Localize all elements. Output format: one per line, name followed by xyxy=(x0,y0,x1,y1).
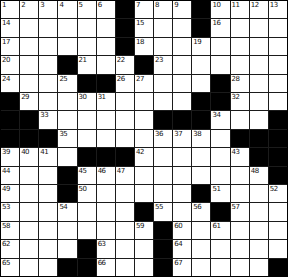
cell-r9c4[interactable] xyxy=(58,148,76,165)
cell-r6c14[interactable] xyxy=(250,93,268,110)
cell-r12c1[interactable]: 53 xyxy=(1,203,19,220)
cell-r10c14[interactable]: 48 xyxy=(250,167,268,184)
cell-r2c10[interactable] xyxy=(173,19,191,36)
clue-number: 58 xyxy=(2,222,10,230)
cell-r13c3[interactable] xyxy=(39,222,57,239)
cell-r7c3[interactable]: 33 xyxy=(39,111,57,128)
cell-r11c6[interactable] xyxy=(97,185,115,202)
clue-number: 31 xyxy=(98,93,106,101)
black-cell-r3c7 xyxy=(116,38,134,55)
cell-r11c13[interactable] xyxy=(231,185,249,202)
cell-r6c7[interactable] xyxy=(116,93,134,110)
cell-r10c9[interactable] xyxy=(154,167,172,184)
cell-r11c3[interactable] xyxy=(39,185,57,202)
black-cell-r7c10 xyxy=(173,111,191,128)
cell-r14c3[interactable] xyxy=(39,240,57,257)
clue-number: 18 xyxy=(136,38,144,46)
cell-r8c8[interactable] xyxy=(135,130,153,147)
black-cell-r7c9 xyxy=(154,111,172,128)
cell-r11c14[interactable] xyxy=(250,185,268,202)
clue-number: 19 xyxy=(193,38,201,46)
cell-r14c12[interactable] xyxy=(211,240,229,257)
cell-r1c15[interactable]: 13 xyxy=(269,1,287,18)
black-cell-r2c11 xyxy=(192,19,210,36)
black-cell-r10c4 xyxy=(58,167,76,184)
clue-number: 66 xyxy=(98,259,106,267)
cell-r6c6[interactable]: 31 xyxy=(97,93,115,110)
cell-r8c9[interactable]: 36 xyxy=(154,130,172,147)
cell-r7c8[interactable] xyxy=(135,111,153,128)
clue-number: 14 xyxy=(2,19,10,27)
clue-number: 22 xyxy=(117,56,125,64)
cell-r14c14[interactable] xyxy=(250,240,268,257)
clue-number: 46 xyxy=(98,167,106,175)
cell-r13c14[interactable] xyxy=(250,222,268,239)
cell-r12c5[interactable] xyxy=(78,203,96,220)
cell-r3c8[interactable]: 18 xyxy=(135,38,153,55)
cell-r10c7[interactable]: 47 xyxy=(116,167,134,184)
cell-r6c8[interactable] xyxy=(135,93,153,110)
black-cell-r6c1 xyxy=(1,93,19,110)
cell-r15c7[interactable] xyxy=(116,259,134,276)
black-cell-r5c12 xyxy=(211,75,229,92)
cell-r12c2[interactable] xyxy=(20,203,38,220)
cell-r10c8[interactable] xyxy=(135,167,153,184)
black-cell-r8c1 xyxy=(1,130,19,147)
black-cell-r11c4 xyxy=(58,185,76,202)
cell-r12c15[interactable] xyxy=(269,203,287,220)
cell-r12c7[interactable] xyxy=(116,203,134,220)
cell-r4c12[interactable] xyxy=(211,56,229,73)
cell-r2c2[interactable] xyxy=(20,19,38,36)
cell-r12c3[interactable] xyxy=(39,203,57,220)
cell-r4c6[interactable] xyxy=(97,56,115,73)
cell-r7c4[interactable] xyxy=(58,111,76,128)
black-cell-r2c7 xyxy=(116,19,134,36)
cell-r10c6[interactable]: 46 xyxy=(97,167,115,184)
cell-r15c14[interactable] xyxy=(250,259,268,276)
clue-number: 61 xyxy=(212,222,220,230)
cell-r4c13[interactable] xyxy=(231,56,249,73)
cell-r12c9[interactable]: 55 xyxy=(154,203,172,220)
clue-number: 8 xyxy=(155,1,159,9)
cell-r5c11[interactable] xyxy=(192,75,210,92)
cell-r5c9[interactable] xyxy=(154,75,172,92)
cell-r5c10[interactable] xyxy=(173,75,191,92)
cell-r6c10[interactable] xyxy=(173,93,191,110)
cell-r7c13[interactable] xyxy=(231,111,249,128)
cell-r11c15[interactable]: 52 xyxy=(269,185,287,202)
cell-r13c11[interactable] xyxy=(192,222,210,239)
clue-number: 47 xyxy=(117,167,125,175)
cell-r1c3[interactable]: 3 xyxy=(39,1,57,18)
cell-r14c15[interactable] xyxy=(269,240,287,257)
cell-r9c12[interactable] xyxy=(211,148,229,165)
clue-number: 1 xyxy=(2,1,6,9)
black-cell-r15c4 xyxy=(58,259,76,276)
clue-number: 26 xyxy=(117,75,125,83)
cell-r4c1[interactable]: 20 xyxy=(1,56,19,73)
cell-r8c6[interactable] xyxy=(97,130,115,147)
clue-number: 40 xyxy=(21,148,29,156)
cell-r11c2[interactable] xyxy=(20,185,38,202)
cell-r14c7[interactable] xyxy=(116,240,134,257)
cell-r11c1[interactable]: 49 xyxy=(1,185,19,202)
cell-r6c13[interactable]: 32 xyxy=(231,93,249,110)
cell-r14c10[interactable]: 64 xyxy=(173,240,191,257)
cell-r12c14[interactable] xyxy=(250,203,268,220)
cell-r15c8[interactable] xyxy=(135,259,153,276)
clue-number: 27 xyxy=(136,75,144,83)
cell-r8c12[interactable] xyxy=(211,130,229,147)
cell-r9c8[interactable]: 42 xyxy=(135,148,153,165)
cell-r1c8[interactable]: 7 xyxy=(135,1,153,18)
cell-r7c6[interactable] xyxy=(97,111,115,128)
cell-r3c3[interactable] xyxy=(39,38,57,55)
black-cell-r4c8 xyxy=(135,56,153,73)
cell-r5c15[interactable] xyxy=(269,75,287,92)
cell-r12c11[interactable]: 56 xyxy=(192,203,210,220)
clue-number: 53 xyxy=(2,203,10,211)
cell-r11c10[interactable] xyxy=(173,185,191,202)
cell-r8c10[interactable]: 37 xyxy=(173,130,191,147)
cell-r15c10[interactable]: 67 xyxy=(173,259,191,276)
clue-number: 56 xyxy=(193,203,201,211)
cell-r2c14[interactable] xyxy=(250,19,268,36)
cell-r3c2[interactable] xyxy=(20,38,38,55)
cell-r15c6[interactable]: 66 xyxy=(97,259,115,276)
cell-r3c6[interactable] xyxy=(97,38,115,55)
black-cell-r10c15 xyxy=(269,167,287,184)
clue-number: 25 xyxy=(59,75,67,83)
cell-r14c13[interactable] xyxy=(231,240,249,257)
clue-number: 52 xyxy=(270,185,278,193)
clue-number: 28 xyxy=(232,75,240,83)
cell-r1c5[interactable]: 5 xyxy=(78,1,96,18)
cell-r8c5[interactable] xyxy=(78,130,96,147)
cell-r2c15[interactable] xyxy=(269,19,287,36)
cell-r11c8[interactable] xyxy=(135,185,153,202)
cell-r7c7[interactable] xyxy=(116,111,134,128)
black-cell-r7c2 xyxy=(20,111,38,128)
clue-number: 36 xyxy=(155,130,163,138)
cell-r14c4[interactable] xyxy=(58,240,76,257)
clue-number: 9 xyxy=(174,1,178,9)
cell-r9c2[interactable]: 40 xyxy=(20,148,38,165)
black-cell-r5c5 xyxy=(78,75,96,92)
cell-r13c8[interactable]: 59 xyxy=(135,222,153,239)
clue-number: 4 xyxy=(59,1,63,9)
cell-r6c9[interactable] xyxy=(154,93,172,110)
cell-r4c2[interactable] xyxy=(20,56,38,73)
cell-r10c10[interactable] xyxy=(173,167,191,184)
cell-r12c13[interactable]: 57 xyxy=(231,203,249,220)
clue-number: 50 xyxy=(79,185,87,193)
cell-r10c5[interactable]: 45 xyxy=(78,167,96,184)
cell-r12c6[interactable] xyxy=(97,203,115,220)
black-cell-r4c4 xyxy=(58,56,76,73)
cell-r3c14[interactable] xyxy=(250,38,268,55)
cell-r2c9[interactable] xyxy=(154,19,172,36)
black-cell-r9c7 xyxy=(116,148,134,165)
clue-number: 48 xyxy=(251,167,259,175)
cell-r6c3[interactable] xyxy=(39,93,57,110)
cell-r13c4[interactable] xyxy=(58,222,76,239)
black-cell-r6c11 xyxy=(192,93,210,110)
clue-number: 17 xyxy=(2,38,10,46)
cell-r7c5[interactable] xyxy=(78,111,96,128)
clue-number: 12 xyxy=(251,1,259,9)
clue-number: 44 xyxy=(2,167,10,175)
black-cell-r15c15 xyxy=(269,259,287,276)
cell-r3c13[interactable] xyxy=(231,38,249,55)
black-cell-r11c11 xyxy=(192,185,210,202)
cell-r14c2[interactable] xyxy=(20,240,38,257)
clue-number: 21 xyxy=(79,56,87,64)
cell-r5c8[interactable]: 27 xyxy=(135,75,153,92)
cell-r15c12[interactable] xyxy=(211,259,229,276)
cell-r4c5[interactable]: 21 xyxy=(78,56,96,73)
cell-r11c7[interactable] xyxy=(116,185,134,202)
cell-r13c7[interactable] xyxy=(116,222,134,239)
clue-number: 64 xyxy=(174,240,182,248)
clue-number: 60 xyxy=(174,222,182,230)
cell-r8c11[interactable]: 38 xyxy=(192,130,210,147)
black-cell-r14c9 xyxy=(154,240,172,257)
cell-r1c13[interactable]: 11 xyxy=(231,1,249,18)
clue-number: 35 xyxy=(59,130,67,138)
cell-r14c8[interactable] xyxy=(135,240,153,257)
cell-r5c14[interactable] xyxy=(250,75,268,92)
cell-r9c9[interactable] xyxy=(154,148,172,165)
clue-number: 11 xyxy=(232,1,240,9)
cell-r13c6[interactable] xyxy=(97,222,115,239)
black-cell-r7c11 xyxy=(192,111,210,128)
crossword-grid: 1234567891011121314151617181920212223242… xyxy=(0,0,288,277)
clue-number: 62 xyxy=(2,240,10,248)
cell-r1c4[interactable]: 4 xyxy=(58,1,76,18)
cell-r1c12[interactable]: 10 xyxy=(211,1,229,18)
cell-r7c14[interactable] xyxy=(250,111,268,128)
black-cell-r8c14 xyxy=(250,130,268,147)
clue-number: 37 xyxy=(174,130,182,138)
cell-r7c12[interactable]: 34 xyxy=(211,111,229,128)
cell-r13c5[interactable] xyxy=(78,222,96,239)
clue-number: 3 xyxy=(40,1,44,9)
black-cell-r6c12 xyxy=(211,93,229,110)
black-cell-r7c15 xyxy=(269,111,287,128)
cell-r2c5[interactable] xyxy=(78,19,96,36)
black-cell-r12c8 xyxy=(135,203,153,220)
cell-r15c11[interactable] xyxy=(192,259,210,276)
clue-number: 41 xyxy=(40,148,48,156)
clue-number: 51 xyxy=(212,185,220,193)
cell-r10c1[interactable]: 44 xyxy=(1,167,19,184)
cell-r10c11[interactable] xyxy=(192,167,210,184)
cell-r11c9[interactable] xyxy=(154,185,172,202)
cell-r2c3[interactable] xyxy=(39,19,57,36)
black-cell-r1c11 xyxy=(192,1,210,18)
cell-r2c6[interactable] xyxy=(97,19,115,36)
cell-r2c8[interactable]: 15 xyxy=(135,19,153,36)
cell-r9c3[interactable]: 41 xyxy=(39,148,57,165)
cell-r4c9[interactable]: 23 xyxy=(154,56,172,73)
cell-r3c1[interactable]: 17 xyxy=(1,38,19,55)
cell-r9c1[interactable]: 39 xyxy=(1,148,19,165)
clue-number: 34 xyxy=(212,111,220,119)
cell-r9c11[interactable] xyxy=(192,148,210,165)
cell-r5c7[interactable]: 26 xyxy=(116,75,134,92)
clue-number: 2 xyxy=(21,1,25,9)
black-cell-r9c15 xyxy=(269,148,287,165)
cell-r2c1[interactable]: 14 xyxy=(1,19,19,36)
clue-number: 59 xyxy=(136,222,144,230)
clue-number: 49 xyxy=(2,185,10,193)
clue-number: 10 xyxy=(212,1,220,9)
cell-r5c3[interactable] xyxy=(39,75,57,92)
clue-number: 33 xyxy=(40,111,48,119)
clue-number: 39 xyxy=(2,148,10,156)
clue-number: 38 xyxy=(193,130,201,138)
clue-number: 7 xyxy=(136,1,140,9)
cell-r6c2[interactable]: 29 xyxy=(20,93,38,110)
cell-r5c4[interactable]: 25 xyxy=(58,75,76,92)
cell-r1c9[interactable]: 8 xyxy=(154,1,172,18)
cell-r3c10[interactable] xyxy=(173,38,191,55)
clue-number: 67 xyxy=(174,259,182,267)
cell-r13c12[interactable]: 61 xyxy=(211,222,229,239)
cell-r13c13[interactable] xyxy=(231,222,249,239)
black-cell-r9c14 xyxy=(250,148,268,165)
cell-r6c4[interactable] xyxy=(58,93,76,110)
clue-number: 42 xyxy=(136,148,144,156)
cell-r15c13[interactable] xyxy=(231,259,249,276)
cell-r8c4[interactable]: 35 xyxy=(58,130,76,147)
cell-r9c13[interactable]: 43 xyxy=(231,148,249,165)
clue-number: 13 xyxy=(270,1,278,9)
cell-r3c12[interactable] xyxy=(211,38,229,55)
clue-number: 15 xyxy=(136,19,144,27)
cell-r2c12[interactable]: 16 xyxy=(211,19,229,36)
cell-r1c1[interactable]: 1 xyxy=(1,1,19,18)
cell-r3c11[interactable]: 19 xyxy=(192,38,210,55)
black-cell-r5c6 xyxy=(97,75,115,92)
black-cell-r9c5 xyxy=(78,148,96,165)
black-cell-r8c13 xyxy=(231,130,249,147)
clue-number: 63 xyxy=(98,240,106,248)
cell-r13c10[interactable]: 60 xyxy=(173,222,191,239)
cell-r3c5[interactable] xyxy=(78,38,96,55)
black-cell-r7c1 xyxy=(1,111,19,128)
cell-r6c5[interactable]: 30 xyxy=(78,93,96,110)
cell-r10c2[interactable] xyxy=(20,167,38,184)
cell-r3c9[interactable] xyxy=(154,38,172,55)
clue-number: 55 xyxy=(155,203,163,211)
cell-r13c1[interactable]: 58 xyxy=(1,222,19,239)
clue-number: 24 xyxy=(2,75,10,83)
cell-r10c3[interactable] xyxy=(39,167,57,184)
clue-number: 30 xyxy=(79,93,87,101)
black-cell-r14c5 xyxy=(78,240,96,257)
cell-r1c2[interactable]: 2 xyxy=(20,1,38,18)
black-cell-r8c15 xyxy=(269,130,287,147)
cell-r14c6[interactable]: 63 xyxy=(97,240,115,257)
clue-number: 29 xyxy=(21,93,29,101)
cell-r4c10[interactable] xyxy=(173,56,191,73)
cell-r4c11[interactable] xyxy=(192,56,210,73)
clue-number: 5 xyxy=(79,1,83,9)
cell-r1c10[interactable]: 9 xyxy=(173,1,191,18)
cell-r3c4[interactable] xyxy=(58,38,76,55)
black-cell-r8c3 xyxy=(39,130,57,147)
cell-r12c10[interactable] xyxy=(173,203,191,220)
cell-r1c6[interactable]: 6 xyxy=(97,1,115,18)
cell-r11c5[interactable]: 50 xyxy=(78,185,96,202)
cell-r9c10[interactable] xyxy=(173,148,191,165)
cell-r4c7[interactable]: 22 xyxy=(116,56,134,73)
clue-number: 54 xyxy=(59,203,67,211)
cell-r13c15[interactable] xyxy=(269,222,287,239)
cell-r13c2[interactable] xyxy=(20,222,38,239)
cell-r10c12[interactable] xyxy=(211,167,229,184)
cell-r11c12[interactable]: 51 xyxy=(211,185,229,202)
cell-r15c2[interactable] xyxy=(20,259,38,276)
black-cell-r15c9 xyxy=(154,259,172,276)
cell-r15c1[interactable]: 65 xyxy=(1,259,19,276)
cell-r1c14[interactable]: 12 xyxy=(250,1,268,18)
clue-number: 57 xyxy=(232,203,240,211)
clue-number: 65 xyxy=(2,259,10,267)
cell-r4c14[interactable] xyxy=(250,56,268,73)
black-cell-r9c6 xyxy=(97,148,115,165)
cell-r5c1[interactable]: 24 xyxy=(1,75,19,92)
black-cell-r12c12 xyxy=(211,203,229,220)
clue-number: 6 xyxy=(98,1,102,9)
cell-r4c3[interactable] xyxy=(39,56,57,73)
cell-r15c3[interactable] xyxy=(39,259,57,276)
black-cell-r1c7 xyxy=(116,1,134,18)
cell-r5c13[interactable]: 28 xyxy=(231,75,249,92)
clue-number: 23 xyxy=(155,56,163,64)
cell-r12c4[interactable]: 54 xyxy=(58,203,76,220)
clue-number: 32 xyxy=(232,93,240,101)
cell-r14c11[interactable] xyxy=(192,240,210,257)
black-cell-r15c5 xyxy=(78,259,96,276)
clue-number: 43 xyxy=(232,148,240,156)
clue-number: 16 xyxy=(212,19,220,27)
clue-number: 45 xyxy=(79,167,87,175)
cell-r8c7[interactable] xyxy=(116,130,134,147)
cell-r4c15[interactable] xyxy=(269,56,287,73)
cell-r3c15[interactable] xyxy=(269,38,287,55)
cell-r2c4[interactable] xyxy=(58,19,76,36)
cell-r6c15[interactable] xyxy=(269,93,287,110)
cell-r5c2[interactable] xyxy=(20,75,38,92)
black-cell-r8c2 xyxy=(20,130,38,147)
black-cell-r13c9 xyxy=(154,222,172,239)
cell-r14c1[interactable]: 62 xyxy=(1,240,19,257)
clue-number: 20 xyxy=(2,56,10,64)
cell-r10c13[interactable] xyxy=(231,167,249,184)
cell-r2c13[interactable] xyxy=(231,19,249,36)
